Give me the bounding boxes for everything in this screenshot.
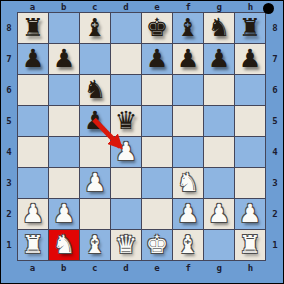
rank-label-6: 6 — [1, 74, 17, 105]
piece-white-bishop[interactable]: ♝ — [173, 230, 203, 260]
square-a6[interactable] — [18, 75, 48, 105]
square-e8[interactable]: ♚ — [142, 13, 172, 43]
square-e2[interactable] — [142, 199, 172, 229]
square-g4[interactable] — [204, 137, 234, 167]
square-b2[interactable]: ♟ — [49, 199, 79, 229]
piece-black-rook[interactable]: ♜ — [18, 13, 48, 43]
square-h2[interactable]: ♟ — [235, 199, 265, 229]
square-d7[interactable] — [111, 44, 141, 74]
square-e7[interactable]: ♟ — [142, 44, 172, 74]
square-f6[interactable] — [173, 75, 203, 105]
piece-black-bishop[interactable]: ♝ — [173, 13, 203, 43]
rank-label-2: 2 — [267, 199, 283, 230]
square-d1[interactable]: ♛ — [111, 230, 141, 260]
square-c5[interactable]: ♟ — [80, 106, 110, 136]
rank-labels-right: 87654321 — [267, 12, 283, 261]
piece-white-pawn[interactable]: ♟ — [235, 199, 265, 229]
square-b5[interactable] — [49, 106, 79, 136]
piece-black-knight[interactable]: ♞ — [80, 75, 110, 105]
piece-white-bishop[interactable]: ♝ — [80, 230, 110, 260]
chess-board: ♜♝♚♝♞♜♟♟♟♟♟♟♞♟♛♟♟♞♟♟♟♟♟♜♞♝♛♚♝♜ — [17, 12, 266, 261]
square-a2[interactable]: ♟ — [18, 199, 48, 229]
square-b1[interactable]: ♞ — [49, 230, 79, 260]
piece-white-pawn[interactable]: ♟ — [49, 199, 79, 229]
square-h5[interactable] — [235, 106, 265, 136]
file-label-c: c — [79, 262, 110, 278]
piece-white-pawn[interactable]: ♟ — [80, 168, 110, 198]
square-h8[interactable]: ♜ — [235, 13, 265, 43]
square-e1[interactable]: ♚ — [142, 230, 172, 260]
rank-label-7: 7 — [267, 43, 283, 74]
piece-white-knight[interactable]: ♞ — [49, 230, 79, 260]
square-d3[interactable] — [111, 168, 141, 198]
piece-white-pawn[interactable]: ♟ — [111, 137, 141, 167]
square-c6[interactable]: ♞ — [80, 75, 110, 105]
square-h1[interactable]: ♜ — [235, 230, 265, 260]
square-e5[interactable] — [142, 106, 172, 136]
file-label-g: g — [204, 262, 235, 278]
rank-label-7: 7 — [1, 43, 17, 74]
square-f1[interactable]: ♝ — [173, 230, 203, 260]
square-f2[interactable]: ♟ — [173, 199, 203, 229]
square-b4[interactable] — [49, 137, 79, 167]
file-label-a: a — [17, 262, 48, 278]
piece-black-queen[interactable]: ♛ — [111, 106, 141, 136]
rank-label-2: 2 — [1, 199, 17, 230]
rank-label-6: 6 — [267, 74, 283, 105]
square-b7[interactable]: ♟ — [49, 44, 79, 74]
file-label-f: f — [173, 262, 204, 278]
piece-white-pawn[interactable]: ♟ — [173, 199, 203, 229]
square-a3[interactable] — [18, 168, 48, 198]
rank-label-4: 4 — [1, 137, 17, 168]
square-c4[interactable] — [80, 137, 110, 167]
piece-white-rook[interactable]: ♜ — [235, 230, 265, 260]
chess-board-frame: abcdefgh abcdefgh 87654321 87654321 ♜♝♚♝… — [0, 0, 284, 284]
rank-labels-left: 87654321 — [1, 12, 17, 261]
square-c1[interactable]: ♝ — [80, 230, 110, 260]
square-a8[interactable]: ♜ — [18, 13, 48, 43]
square-g5[interactable] — [204, 106, 234, 136]
square-c2[interactable] — [80, 199, 110, 229]
piece-black-pawn[interactable]: ♟ — [49, 44, 79, 74]
rank-label-1: 1 — [267, 230, 283, 261]
piece-black-pawn[interactable]: ♟ — [142, 44, 172, 74]
square-h3[interactable] — [235, 168, 265, 198]
square-d6[interactable] — [111, 75, 141, 105]
piece-black-knight[interactable]: ♞ — [204, 13, 234, 43]
square-d2[interactable] — [111, 199, 141, 229]
square-c7[interactable] — [80, 44, 110, 74]
square-g3[interactable] — [204, 168, 234, 198]
piece-black-pawn[interactable]: ♟ — [235, 44, 265, 74]
square-e3[interactable] — [142, 168, 172, 198]
square-g8[interactable]: ♞ — [204, 13, 234, 43]
square-f3[interactable]: ♞ — [173, 168, 203, 198]
square-h4[interactable] — [235, 137, 265, 167]
piece-white-pawn[interactable]: ♟ — [18, 199, 48, 229]
square-c8[interactable]: ♝ — [80, 13, 110, 43]
square-f5[interactable] — [173, 106, 203, 136]
file-label-b: b — [48, 262, 79, 278]
square-d5[interactable]: ♛ — [111, 106, 141, 136]
square-h6[interactable] — [235, 75, 265, 105]
piece-black-pawn[interactable]: ♟ — [18, 44, 48, 74]
square-h7[interactable]: ♟ — [235, 44, 265, 74]
rank-label-3: 3 — [1, 168, 17, 199]
rank-label-5: 5 — [267, 105, 283, 136]
square-b6[interactable] — [49, 75, 79, 105]
square-d8[interactable] — [111, 13, 141, 43]
file-label-d: d — [110, 262, 141, 278]
rank-label-3: 3 — [267, 168, 283, 199]
piece-white-rook[interactable]: ♜ — [18, 230, 48, 260]
square-f7[interactable]: ♟ — [173, 44, 203, 74]
rank-label-8: 8 — [1, 12, 17, 43]
square-g6[interactable] — [204, 75, 234, 105]
square-f8[interactable]: ♝ — [173, 13, 203, 43]
square-f4[interactable] — [173, 137, 203, 167]
file-label-e: e — [142, 262, 173, 278]
piece-black-pawn[interactable]: ♟ — [173, 44, 203, 74]
square-e6[interactable] — [142, 75, 172, 105]
rank-label-8: 8 — [267, 12, 283, 43]
piece-black-rook[interactable]: ♜ — [235, 13, 265, 43]
rank-label-1: 1 — [1, 230, 17, 261]
piece-white-queen[interactable]: ♛ — [111, 230, 141, 260]
piece-white-pawn[interactable]: ♟ — [204, 199, 234, 229]
file-labels-bottom: abcdefgh — [17, 262, 266, 278]
square-a4[interactable] — [18, 137, 48, 167]
piece-black-king[interactable]: ♚ — [142, 13, 172, 43]
square-a7[interactable]: ♟ — [18, 44, 48, 74]
piece-white-knight[interactable]: ♞ — [173, 168, 203, 198]
piece-black-pawn[interactable]: ♟ — [204, 44, 234, 74]
square-g1[interactable] — [204, 230, 234, 260]
piece-black-bishop[interactable]: ♝ — [80, 13, 110, 43]
file-label-h: h — [235, 262, 266, 278]
square-b3[interactable] — [49, 168, 79, 198]
square-d4[interactable]: ♟ — [111, 137, 141, 167]
square-e4[interactable] — [142, 137, 172, 167]
square-g2[interactable]: ♟ — [204, 199, 234, 229]
rank-label-4: 4 — [267, 137, 283, 168]
square-c3[interactable]: ♟ — [80, 168, 110, 198]
piece-white-king[interactable]: ♚ — [142, 230, 172, 260]
square-a1[interactable]: ♜ — [18, 230, 48, 260]
square-g7[interactable]: ♟ — [204, 44, 234, 74]
piece-black-pawn[interactable]: ♟ — [80, 106, 110, 136]
square-a5[interactable] — [18, 106, 48, 136]
move-indicator-black — [263, 3, 274, 14]
rank-label-5: 5 — [1, 105, 17, 136]
square-b8[interactable] — [49, 13, 79, 43]
